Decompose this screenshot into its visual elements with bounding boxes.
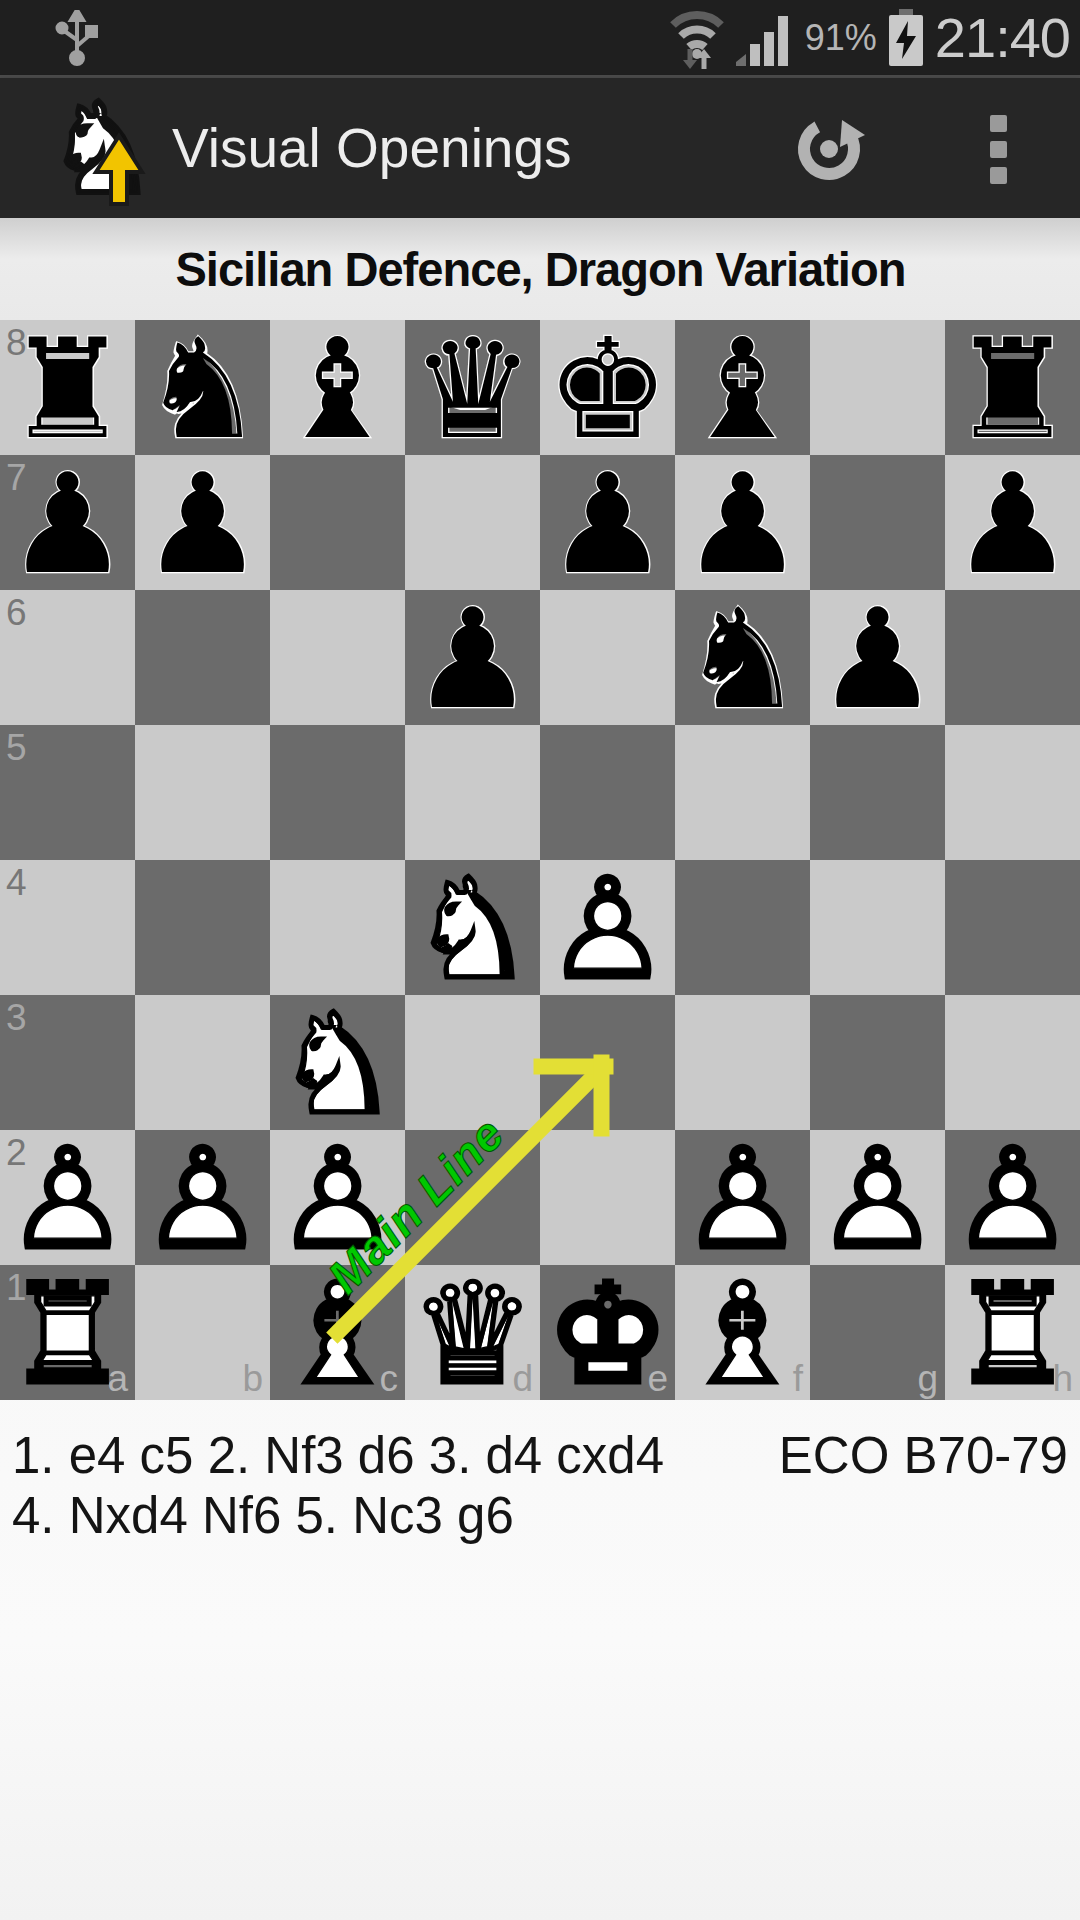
square-a5[interactable]: 5 [0, 725, 135, 860]
black-rook-a8: ♜ [0, 320, 135, 455]
square-h4[interactable] [945, 860, 1080, 995]
square-h8[interactable]: ♖♜ [945, 320, 1080, 455]
battery-percent: 91% [805, 17, 877, 59]
square-e7[interactable]: ♙♟ [540, 455, 675, 590]
square-d1[interactable]: d♛♕ [405, 1265, 540, 1400]
square-c2[interactable]: ♟♙ [270, 1130, 405, 1265]
white-pawn-f2: ♙ [675, 1130, 810, 1265]
white-queen-d1: ♕ [405, 1265, 540, 1400]
file-label: h [1052, 1358, 1073, 1400]
chess-board: 8♖♜♘♞♗♝♕♛♔♚♗♝♖♜7♙♟♙♟♙♟♙♟♙♟6♙♟♘♞♙♟54♞♘♟♙3… [0, 320, 1080, 1400]
square-e6[interactable] [540, 590, 675, 725]
file-label: a [107, 1358, 128, 1400]
overflow-menu-button[interactable] [975, 114, 1021, 184]
square-f1[interactable]: f♝♗ [675, 1265, 810, 1400]
square-g4[interactable] [810, 860, 945, 995]
square-d4[interactable]: ♞♘ [405, 860, 540, 995]
battery-charging-icon [888, 9, 924, 67]
black-queen-d8: ♛ [405, 320, 540, 455]
clock: 21:40 [935, 5, 1070, 70]
square-f6[interactable]: ♘♞ [675, 590, 810, 725]
black-pawn-e7: ♟ [540, 455, 675, 590]
white-rook-h1: ♜ [945, 1265, 1080, 1400]
white-bishop-f1: ♗ [675, 1265, 810, 1400]
black-pawn-d6: ♙ [405, 590, 540, 725]
square-b6[interactable] [135, 590, 270, 725]
square-e4[interactable]: ♟♙ [540, 860, 675, 995]
white-queen-d1: ♛ [405, 1265, 540, 1400]
square-h5[interactable] [945, 725, 1080, 860]
square-e8[interactable]: ♔♚ [540, 320, 675, 455]
square-g7[interactable] [810, 455, 945, 590]
black-knight-f6: ♞ [675, 590, 810, 725]
square-c3[interactable]: ♞♘ [270, 995, 405, 1130]
eco-code: ECO B70-79 [779, 1426, 1068, 1486]
rank-label: 8 [6, 322, 27, 364]
white-knight-c3: ♘ [270, 995, 405, 1130]
square-g5[interactable] [810, 725, 945, 860]
rank-label: 1 [6, 1267, 27, 1309]
white-knight-d4: ♘ [405, 860, 540, 995]
square-d6[interactable]: ♙♟ [405, 590, 540, 725]
black-pawn-a7: ♟ [0, 455, 135, 590]
black-pawn-g6: ♙ [810, 590, 945, 725]
black-knight-b8: ♘ [135, 320, 270, 455]
opening-name: Sicilian Defence, Dragon Variation [175, 242, 905, 297]
rank-label: 2 [6, 1132, 27, 1174]
black-pawn-b7: ♙ [135, 455, 270, 590]
white-pawn-c2: ♟ [270, 1130, 405, 1265]
app-logo-knight-icon: ♞ ♘ [50, 84, 154, 214]
black-bishop-f8: ♝ [675, 320, 810, 455]
square-f3[interactable] [675, 995, 810, 1130]
square-g6[interactable]: ♙♟ [810, 590, 945, 725]
black-bishop-f8: ♗ [675, 320, 810, 455]
square-a2[interactable]: 2♟♙ [0, 1130, 135, 1265]
white-bishop-c1: ♗ [270, 1265, 405, 1400]
white-pawn-h2: ♙ [945, 1130, 1080, 1265]
black-rook-a8: ♖ [0, 320, 135, 455]
square-f7[interactable]: ♙♟ [675, 455, 810, 590]
square-b4[interactable] [135, 860, 270, 995]
white-pawn-f2: ♟ [675, 1130, 810, 1265]
rank-label: 6 [6, 592, 27, 634]
app-title: Visual Openings [172, 78, 572, 218]
square-h1[interactable]: h♜♖ [945, 1265, 1080, 1400]
white-pawn-e4: ♙ [540, 860, 675, 995]
square-e2[interactable] [540, 1130, 675, 1265]
black-pawn-b7: ♟ [135, 455, 270, 590]
black-rook-h8: ♖ [945, 320, 1080, 455]
square-b2[interactable]: ♟♙ [135, 1130, 270, 1265]
square-g1[interactable]: g [810, 1265, 945, 1400]
square-d2[interactable] [405, 1130, 540, 1265]
black-bishop-c8: ♝ [270, 320, 405, 455]
square-d7[interactable] [405, 455, 540, 590]
square-c7[interactable] [270, 455, 405, 590]
file-label: g [917, 1358, 938, 1400]
white-bishop-f1: ♝ [675, 1265, 810, 1400]
white-rook-a1: ♖ [0, 1265, 135, 1400]
black-bishop-c8: ♗ [270, 320, 405, 455]
app-bar: ♞ ♘ Visual Openings [0, 78, 1080, 218]
square-c6[interactable] [270, 590, 405, 725]
status-bar: 91% 21:40 [0, 0, 1080, 75]
square-h6[interactable] [945, 590, 1080, 725]
move-list: 1. e4 c5 2. Nf3 d6 3. d4 cxd4 ECO B70-79… [0, 1400, 1080, 1546]
square-d3[interactable] [405, 995, 540, 1130]
square-g8[interactable] [810, 320, 945, 455]
black-pawn-h7: ♙ [945, 455, 1080, 590]
square-h7[interactable]: ♙♟ [945, 455, 1080, 590]
black-queen-d8: ♕ [405, 320, 540, 455]
refresh-button[interactable] [793, 113, 865, 185]
white-rook-h1: ♖ [945, 1265, 1080, 1400]
square-f2[interactable]: ♟♙ [675, 1130, 810, 1265]
wifi-icon [669, 7, 725, 69]
black-king-e8: ♔ [540, 320, 675, 455]
black-pawn-f7: ♟ [675, 455, 810, 590]
white-king-e1: ♔ [540, 1265, 675, 1400]
white-pawn-c2: ♙ [270, 1130, 405, 1265]
square-d8[interactable]: ♕♛ [405, 320, 540, 455]
square-h2[interactable]: ♟♙ [945, 1130, 1080, 1265]
rank-label: 3 [6, 997, 27, 1039]
black-king-e8: ♚ [540, 320, 675, 455]
file-label: c [380, 1358, 399, 1400]
opening-title-bar: Sicilian Defence, Dragon Variation [0, 218, 1080, 320]
black-pawn-d6: ♟ [405, 590, 540, 725]
rank-label: 5 [6, 727, 27, 769]
white-pawn-e4: ♟ [540, 860, 675, 995]
square-c1[interactable]: c♝♗ [270, 1265, 405, 1400]
white-pawn-b2: ♟ [135, 1130, 270, 1265]
white-king-e1: ♚ [540, 1265, 675, 1400]
square-a4[interactable]: 4 [0, 860, 135, 995]
square-f8[interactable]: ♗♝ [675, 320, 810, 455]
file-label: d [512, 1358, 533, 1400]
square-b8[interactable]: ♘♞ [135, 320, 270, 455]
square-e1[interactable]: e♚♔ [540, 1265, 675, 1400]
square-h3[interactable] [945, 995, 1080, 1130]
square-e5[interactable] [540, 725, 675, 860]
square-a1[interactable]: 1a♜♖ [0, 1265, 135, 1400]
white-pawn-h2: ♟ [945, 1130, 1080, 1265]
white-pawn-g2: ♙ [810, 1130, 945, 1265]
signal-strength-icon [736, 10, 794, 66]
square-e3[interactable] [540, 995, 675, 1130]
file-label: b [242, 1358, 263, 1400]
square-b5[interactable] [135, 725, 270, 860]
white-rook-a1: ♜ [0, 1265, 135, 1400]
yellow-up-arrow-icon [92, 132, 146, 210]
square-a6[interactable]: 6 [0, 590, 135, 725]
square-g2[interactable]: ♟♙ [810, 1130, 945, 1265]
square-f5[interactable] [675, 725, 810, 860]
white-knight-d4: ♞ [405, 860, 540, 995]
square-c4[interactable] [270, 860, 405, 995]
moves-line-1: 1. e4 c5 2. Nf3 d6 3. d4 cxd4 [12, 1426, 664, 1486]
white-knight-c3: ♞ [270, 995, 405, 1130]
white-pawn-g2: ♟ [810, 1130, 945, 1265]
black-knight-f6: ♘ [675, 590, 810, 725]
black-pawn-f7: ♙ [675, 455, 810, 590]
phone-screen: 91% 21:40 ♞ ♘ Visual Openings [0, 0, 1080, 1920]
black-pawn-g6: ♟ [810, 590, 945, 725]
rank-label: 7 [6, 457, 27, 499]
black-pawn-a7: ♙ [0, 455, 135, 590]
white-pawn-a2: ♙ [0, 1130, 135, 1265]
black-pawn-e7: ♙ [540, 455, 675, 590]
square-d5[interactable] [405, 725, 540, 860]
black-rook-h8: ♜ [945, 320, 1080, 455]
square-b7[interactable]: ♙♟ [135, 455, 270, 590]
rank-label: 4 [6, 862, 27, 904]
moves-line-2: 4. Nxd4 Nf6 5. Nc3 g6 [12, 1486, 514, 1546]
square-f4[interactable] [675, 860, 810, 995]
file-label: e [647, 1358, 668, 1400]
black-pawn-h7: ♟ [945, 455, 1080, 590]
usb-icon [52, 10, 102, 66]
square-b1[interactable]: b [135, 1265, 270, 1400]
white-bishop-c1: ♝ [270, 1265, 405, 1400]
square-a3[interactable]: 3 [0, 995, 135, 1130]
square-a7[interactable]: 7♙♟ [0, 455, 135, 590]
white-pawn-a2: ♟ [0, 1130, 135, 1265]
square-b3[interactable] [135, 995, 270, 1130]
square-g3[interactable] [810, 995, 945, 1130]
square-a8[interactable]: 8♖♜ [0, 320, 135, 455]
square-c8[interactable]: ♗♝ [270, 320, 405, 455]
black-knight-b8: ♞ [135, 320, 270, 455]
white-pawn-b2: ♙ [135, 1130, 270, 1265]
file-label: f [793, 1358, 803, 1400]
square-c5[interactable] [270, 725, 405, 860]
